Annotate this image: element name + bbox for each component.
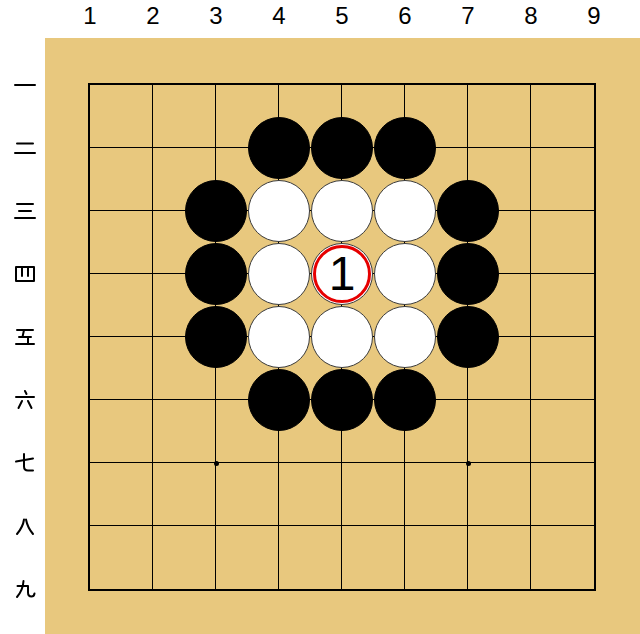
column-label-5: 5 — [335, 2, 348, 30]
black-stone — [374, 117, 436, 179]
black-stone — [248, 369, 310, 431]
column-label-8: 8 — [524, 2, 537, 30]
row-label-8 — [13, 514, 37, 538]
column-label-7: 7 — [461, 2, 474, 30]
row-label-7 — [13, 451, 37, 475]
white-stone — [248, 180, 310, 242]
hoshi-point — [214, 461, 219, 466]
go-board-diagram: 1 123456789 — [0, 0, 640, 634]
black-stone — [185, 306, 247, 368]
white-stone — [248, 243, 310, 305]
row-label-5 — [13, 325, 37, 349]
row-label-2 — [13, 136, 37, 160]
move-number: 1 — [329, 250, 356, 298]
column-label-9: 9 — [587, 2, 600, 30]
black-stone — [185, 243, 247, 305]
row-label-1 — [13, 73, 37, 97]
move-1-white-stone: 1 — [311, 243, 373, 305]
black-stone — [437, 243, 499, 305]
black-stone — [437, 180, 499, 242]
row-label-4 — [13, 262, 37, 286]
white-stone — [311, 180, 373, 242]
black-stone — [311, 369, 373, 431]
white-stone — [311, 306, 373, 368]
column-label-1: 1 — [83, 2, 96, 30]
column-label-4: 4 — [272, 2, 285, 30]
column-label-6: 6 — [398, 2, 411, 30]
white-stone — [374, 306, 436, 368]
black-stone — [311, 117, 373, 179]
column-label-2: 2 — [146, 2, 159, 30]
white-stone — [374, 180, 436, 242]
column-label-3: 3 — [209, 2, 222, 30]
black-stone — [374, 369, 436, 431]
row-label-3 — [13, 199, 37, 223]
white-stone — [374, 243, 436, 305]
row-label-9 — [13, 577, 37, 601]
white-stone — [248, 306, 310, 368]
black-stone — [248, 117, 310, 179]
board-intersections: 1 — [59, 54, 626, 621]
black-stone — [185, 180, 247, 242]
black-stone — [437, 306, 499, 368]
row-label-6 — [13, 388, 37, 412]
hoshi-point — [466, 461, 471, 466]
